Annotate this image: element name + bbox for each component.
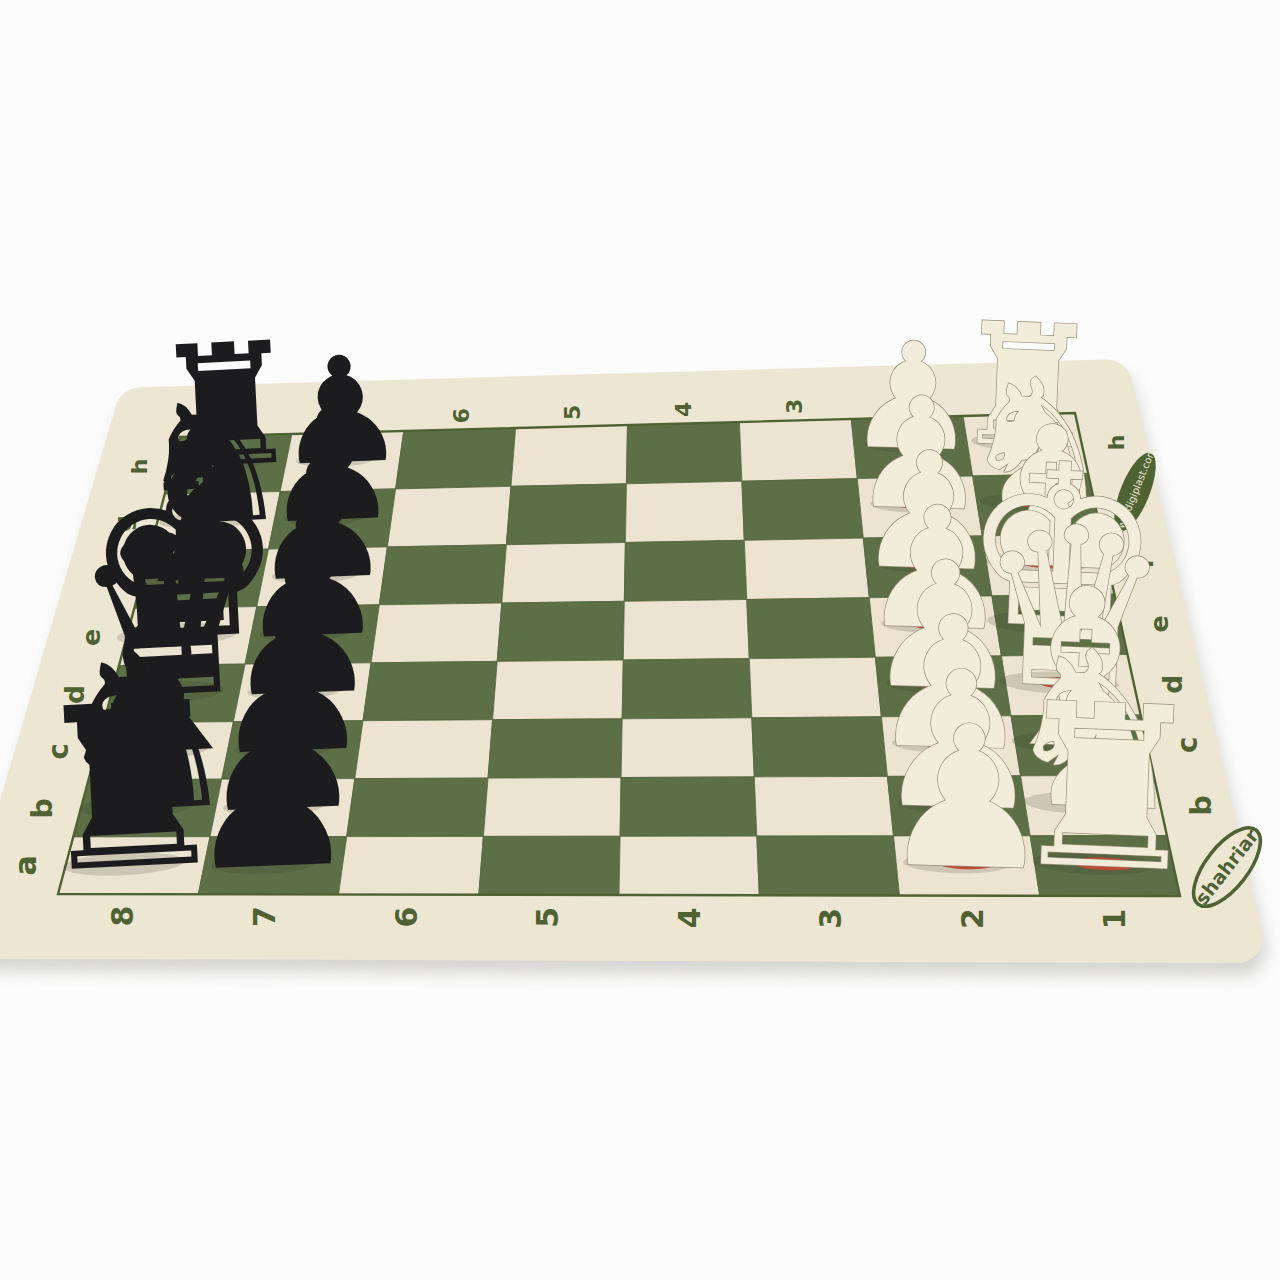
rank-label-bottom-5: 5	[530, 907, 565, 928]
square-h5	[511, 425, 628, 486]
square-g3	[742, 479, 863, 541]
rank-label-top-5: 5	[560, 405, 585, 420]
square-c4	[621, 718, 754, 778]
square-h6	[396, 428, 516, 489]
chess-set-scene: 8877665544332211hhggffeeddccbbaawww.digi…	[0, 0, 1280, 1280]
square-g6	[387, 486, 511, 547]
square-c3	[752, 717, 888, 777]
square-c5	[488, 719, 622, 778]
square-e3	[747, 598, 876, 659]
square-e5	[497, 601, 624, 661]
square-f6	[379, 545, 506, 605]
square-a4	[619, 836, 759, 895]
square-g4	[625, 481, 744, 542]
square-g5	[506, 484, 626, 545]
square-d4	[622, 659, 752, 719]
square-f4	[624, 540, 747, 601]
square-f5	[502, 543, 626, 604]
piece-glyph: ♟	[179, 681, 363, 915]
piece-white-rook-a1: ♜	[1002, 654, 1213, 923]
square-d5	[493, 660, 624, 720]
product-photo: 8877665544332211hhggffeeddccbbaawww.digi…	[0, 0, 1280, 1280]
square-b5	[483, 778, 621, 837]
rank-label-bottom-4: 4	[672, 907, 707, 928]
piece-glyph: ♜	[1002, 654, 1213, 923]
rank-label-bottom-3: 3	[814, 908, 849, 929]
square-h3	[739, 419, 857, 481]
piece-black-pawn-a7: ♟	[179, 681, 363, 915]
square-a5	[479, 836, 620, 895]
rank-label-top-4: 4	[671, 402, 696, 417]
square-b4	[620, 777, 757, 836]
square-f3	[744, 538, 869, 599]
rank-label-top-3: 3	[782, 399, 807, 414]
square-h4	[626, 422, 742, 484]
square-e4	[623, 600, 749, 661]
square-d3	[749, 657, 881, 718]
rank-label-top-6: 6	[449, 408, 474, 423]
rank-label-bottom-6: 6	[389, 907, 424, 928]
